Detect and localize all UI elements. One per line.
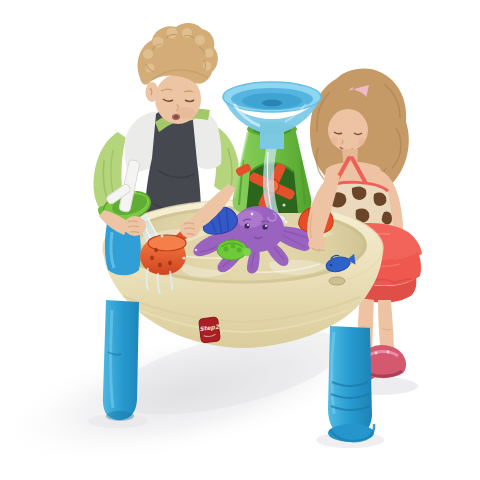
- table-right-leg: [328, 326, 374, 442]
- cup-holder-hole: [329, 277, 345, 285]
- table-left-leg: [103, 300, 139, 421]
- scene-canvas: Step2: [0, 0, 480, 480]
- product-photo: Step2: [0, 0, 480, 480]
- brand-badge: Step2: [198, 317, 221, 343]
